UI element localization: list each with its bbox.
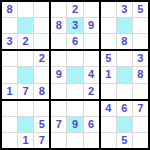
cell-r2c6[interactable]: 9 (84, 18, 99, 33)
cell-r2c2[interactable] (18, 18, 33, 33)
cell-r9c5[interactable] (67, 133, 82, 148)
cell-r5c3[interactable] (34, 67, 49, 82)
cell-r6c4[interactable] (51, 84, 66, 99)
cell-r1c9[interactable]: 5 (133, 2, 148, 17)
cell-r3c7[interactable] (101, 34, 116, 49)
cell-r1c4[interactable] (51, 2, 66, 17)
cell-r1c5[interactable]: 2 (67, 2, 82, 17)
cell-r1c2[interactable] (18, 2, 33, 17)
block-6: 5318 (101, 51, 148, 98)
cell-r4c3[interactable]: 2 (34, 51, 49, 66)
cell-r5c9[interactable]: 8 (133, 67, 148, 82)
cell-r7c8[interactable]: 6 (117, 101, 132, 116)
cell-r6c3[interactable]: 8 (34, 84, 49, 99)
cell-r9c9[interactable] (133, 133, 148, 148)
cell-r5c1[interactable] (2, 67, 17, 82)
cell-r1c7[interactable] (101, 2, 116, 17)
sudoku-board: 83228396358217894253185177964675 (0, 0, 150, 150)
cell-r7c3[interactable] (34, 101, 49, 116)
cell-r1c6[interactable] (84, 2, 99, 17)
cell-r4c1[interactable] (2, 51, 17, 66)
cell-r2c4[interactable]: 8 (51, 18, 66, 33)
cell-r1c1[interactable]: 8 (2, 2, 17, 17)
block-1: 832 (2, 2, 49, 49)
cell-r8c4[interactable]: 7 (51, 117, 66, 132)
cell-r8c7[interactable] (101, 117, 116, 132)
cell-r9c3[interactable]: 7 (34, 133, 49, 148)
cell-r7c5[interactable] (67, 101, 82, 116)
cell-r5c2[interactable] (18, 67, 33, 82)
cell-r3c3[interactable] (34, 34, 49, 49)
cell-r8c1[interactable] (2, 117, 17, 132)
cell-r5c5[interactable] (67, 67, 82, 82)
cell-r1c8[interactable]: 3 (117, 2, 132, 17)
cell-r5c7[interactable]: 1 (101, 67, 116, 82)
cell-r8c2[interactable] (18, 117, 33, 132)
cell-r4c8[interactable] (117, 51, 132, 66)
cell-r2c8[interactable] (117, 18, 132, 33)
cell-r8c8[interactable] (117, 117, 132, 132)
cell-r9c6[interactable] (84, 133, 99, 148)
cell-r4c9[interactable]: 3 (133, 51, 148, 66)
cell-r9c2[interactable]: 1 (18, 133, 33, 148)
cell-r6c1[interactable]: 1 (2, 84, 17, 99)
cell-r6c9[interactable] (133, 84, 148, 99)
cell-r3c5[interactable]: 6 (67, 34, 82, 49)
cell-r3c2[interactable]: 2 (18, 34, 33, 49)
cell-r6c2[interactable]: 7 (18, 84, 33, 99)
cell-r9c8[interactable]: 5 (117, 133, 132, 148)
cell-r7c7[interactable]: 4 (101, 101, 116, 116)
cell-r5c4[interactable]: 9 (51, 67, 66, 82)
cell-r5c6[interactable]: 4 (84, 67, 99, 82)
cell-r4c5[interactable] (67, 51, 82, 66)
cell-r7c9[interactable]: 7 (133, 101, 148, 116)
cell-r9c1[interactable] (2, 133, 17, 148)
cell-r8c6[interactable]: 6 (84, 117, 99, 132)
cell-r4c2[interactable] (18, 51, 33, 66)
cell-r9c4[interactable] (51, 133, 66, 148)
cell-r2c5[interactable]: 3 (67, 18, 82, 33)
cell-r5c8[interactable] (117, 67, 132, 82)
cell-r8c5[interactable]: 9 (67, 117, 82, 132)
cell-r4c4[interactable] (51, 51, 66, 66)
block-7: 517 (2, 101, 49, 148)
block-3: 358 (101, 2, 148, 49)
cell-r3c8[interactable]: 8 (117, 34, 132, 49)
block-5: 942 (51, 51, 98, 98)
cell-r6c6[interactable]: 2 (84, 84, 99, 99)
cell-r2c1[interactable] (2, 18, 17, 33)
cell-r6c8[interactable] (117, 84, 132, 99)
cell-r2c3[interactable] (34, 18, 49, 33)
cell-r2c7[interactable] (101, 18, 116, 33)
cell-r2c9[interactable] (133, 18, 148, 33)
block-2: 28396 (51, 2, 98, 49)
cell-r7c1[interactable] (2, 101, 17, 116)
cell-r3c9[interactable] (133, 34, 148, 49)
cell-r3c6[interactable] (84, 34, 99, 49)
cell-r7c2[interactable] (18, 101, 33, 116)
cell-r4c6[interactable] (84, 51, 99, 66)
cell-r6c5[interactable] (67, 84, 82, 99)
cell-r8c3[interactable]: 5 (34, 117, 49, 132)
cell-r6c7[interactable] (101, 84, 116, 99)
cell-r7c4[interactable] (51, 101, 66, 116)
cell-r8c9[interactable] (133, 117, 148, 132)
block-9: 4675 (101, 101, 148, 148)
cell-r4c7[interactable]: 5 (101, 51, 116, 66)
cell-r7c6[interactable] (84, 101, 99, 116)
cell-r3c4[interactable] (51, 34, 66, 49)
block-4: 2178 (2, 51, 49, 98)
block-8: 796 (51, 101, 98, 148)
cell-r1c3[interactable] (34, 2, 49, 17)
cell-r3c1[interactable]: 3 (2, 34, 17, 49)
cell-r9c7[interactable] (101, 133, 116, 148)
